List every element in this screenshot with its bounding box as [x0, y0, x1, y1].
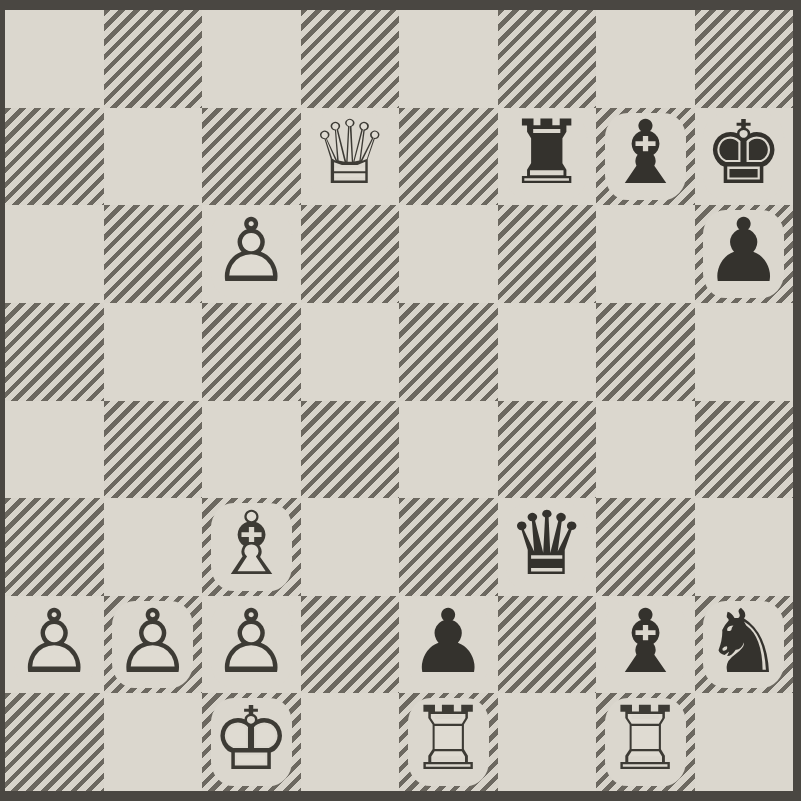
white-piece-outline-glyph: ♙ — [212, 598, 291, 686]
square-d3[interactable] — [301, 498, 400, 596]
square-h1[interactable] — [695, 693, 794, 791]
piece-bK: ♚ — [695, 108, 794, 206]
square-h6[interactable]: ♟ — [695, 205, 794, 303]
black-piece-glyph: ♝ — [606, 598, 685, 686]
piece-wP: ♟♙ — [104, 596, 203, 694]
square-a3[interactable] — [5, 498, 104, 596]
square-c5[interactable] — [202, 303, 301, 401]
square-h8[interactable] — [695, 10, 794, 108]
piece-wK: ♚♔ — [202, 693, 301, 791]
square-d4[interactable] — [301, 401, 400, 499]
square-a7[interactable] — [5, 108, 104, 206]
square-e8[interactable] — [399, 10, 498, 108]
square-e6[interactable] — [399, 205, 498, 303]
piece-wP: ♟♙ — [202, 596, 301, 694]
black-piece-glyph: ♛ — [507, 500, 586, 588]
square-g2[interactable]: ♝ — [596, 596, 695, 694]
white-piece-outline-glyph: ♙ — [15, 598, 94, 686]
piece-bP: ♟ — [399, 596, 498, 694]
white-piece-outline-glyph: ♖ — [606, 696, 685, 784]
piece-bB: ♝ — [596, 596, 695, 694]
piece-bP: ♟ — [695, 205, 794, 303]
piece-wB: ♝♗ — [202, 498, 301, 596]
square-a2[interactable]: ♟♙ — [5, 596, 104, 694]
square-g5[interactable] — [596, 303, 695, 401]
square-c8[interactable] — [202, 10, 301, 108]
square-f2[interactable] — [498, 596, 597, 694]
square-g6[interactable] — [596, 205, 695, 303]
square-a6[interactable] — [5, 205, 104, 303]
square-a8[interactable] — [5, 10, 104, 108]
piece-bB: ♝ — [596, 108, 695, 206]
square-f1[interactable] — [498, 693, 597, 791]
square-a4[interactable] — [5, 401, 104, 499]
square-d1[interactable] — [301, 693, 400, 791]
square-e1[interactable]: ♜♖ — [399, 693, 498, 791]
square-f4[interactable] — [498, 401, 597, 499]
square-g3[interactable] — [596, 498, 695, 596]
piece-wQ: ♛♕ — [301, 108, 400, 206]
square-c2[interactable]: ♟♙ — [202, 596, 301, 694]
square-d7[interactable]: ♛♕ — [301, 108, 400, 206]
square-h4[interactable] — [695, 401, 794, 499]
square-c1[interactable]: ♚♔ — [202, 693, 301, 791]
square-b6[interactable] — [104, 205, 203, 303]
square-d8[interactable] — [301, 10, 400, 108]
square-b4[interactable] — [104, 401, 203, 499]
square-b7[interactable] — [104, 108, 203, 206]
square-d5[interactable] — [301, 303, 400, 401]
piece-bN: ♞ — [695, 596, 794, 694]
square-f3[interactable]: ♛ — [498, 498, 597, 596]
chess-board: ♛♕♜♝♚♟♙♟♝♗♛♟♙♟♙♟♙♟♝♞♚♔♜♖♜♖ — [5, 10, 793, 791]
square-h5[interactable] — [695, 303, 794, 401]
piece-wP: ♟♙ — [5, 596, 104, 694]
square-g1[interactable]: ♜♖ — [596, 693, 695, 791]
piece-bR: ♜ — [498, 108, 597, 206]
board-frame: ♛♕♜♝♚♟♙♟♝♗♛♟♙♟♙♟♙♟♝♞♚♔♜♖♜♖ — [0, 0, 801, 801]
square-b1[interactable] — [104, 693, 203, 791]
square-e4[interactable] — [399, 401, 498, 499]
square-b5[interactable] — [104, 303, 203, 401]
black-piece-glyph: ♚ — [704, 110, 783, 198]
square-e7[interactable] — [399, 108, 498, 206]
square-a1[interactable] — [5, 693, 104, 791]
square-g8[interactable] — [596, 10, 695, 108]
piece-wR: ♜♖ — [399, 693, 498, 791]
black-piece-glyph: ♞ — [704, 598, 783, 686]
black-piece-glyph: ♝ — [606, 110, 685, 198]
square-b2[interactable]: ♟♙ — [104, 596, 203, 694]
square-c3[interactable]: ♝♗ — [202, 498, 301, 596]
square-c4[interactable] — [202, 401, 301, 499]
square-e2[interactable]: ♟ — [399, 596, 498, 694]
piece-wP: ♟♙ — [202, 205, 301, 303]
square-b8[interactable] — [104, 10, 203, 108]
white-piece-outline-glyph: ♖ — [409, 696, 488, 784]
square-a5[interactable] — [5, 303, 104, 401]
piece-bQ: ♛ — [498, 498, 597, 596]
white-piece-outline-glyph: ♔ — [212, 696, 291, 784]
square-d6[interactable] — [301, 205, 400, 303]
square-f5[interactable] — [498, 303, 597, 401]
piece-wR: ♜♖ — [596, 693, 695, 791]
square-h3[interactable] — [695, 498, 794, 596]
white-piece-outline-glyph: ♗ — [212, 500, 291, 588]
square-e5[interactable] — [399, 303, 498, 401]
black-piece-glyph: ♟ — [704, 207, 783, 295]
white-piece-outline-glyph: ♙ — [212, 207, 291, 295]
square-b3[interactable] — [104, 498, 203, 596]
square-h7[interactable]: ♚ — [695, 108, 794, 206]
square-d2[interactable] — [301, 596, 400, 694]
white-piece-outline-glyph: ♕ — [310, 110, 389, 198]
black-piece-glyph: ♜ — [507, 110, 586, 198]
square-g4[interactable] — [596, 401, 695, 499]
white-piece-outline-glyph: ♙ — [113, 598, 192, 686]
square-c6[interactable]: ♟♙ — [202, 205, 301, 303]
square-f7[interactable]: ♜ — [498, 108, 597, 206]
square-f8[interactable] — [498, 10, 597, 108]
black-piece-glyph: ♟ — [409, 598, 488, 686]
square-f6[interactable] — [498, 205, 597, 303]
square-e3[interactable] — [399, 498, 498, 596]
square-g7[interactable]: ♝ — [596, 108, 695, 206]
square-h2[interactable]: ♞ — [695, 596, 794, 694]
square-c7[interactable] — [202, 108, 301, 206]
